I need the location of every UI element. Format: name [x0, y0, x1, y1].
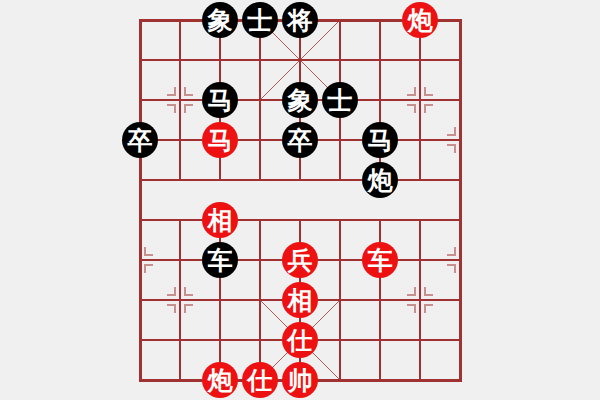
piece-red-horse[interactable]: 马 [202, 122, 238, 158]
board-grid[interactable]: 象士将炮马象士卒马卒马炮相车兵车相仕炮仕帅 [120, 0, 480, 400]
piece-black-horse[interactable]: 马 [362, 122, 398, 158]
piece-red-advisor[interactable]: 仕 [282, 322, 318, 358]
piece-black-advisor[interactable]: 士 [242, 2, 278, 38]
piece-red-general[interactable]: 帅 [282, 362, 318, 398]
piece-black-elephant[interactable]: 象 [202, 2, 238, 38]
piece-red-elephant[interactable]: 相 [282, 282, 318, 318]
piece-black-general[interactable]: 将 [282, 2, 318, 38]
piece-red-cannon[interactable]: 炮 [402, 2, 438, 38]
piece-black-cannon[interactable]: 炮 [362, 162, 398, 198]
xiangqi-board: 象士将炮马象士卒马卒马炮相车兵车相仕炮仕帅 [0, 0, 600, 400]
piece-red-chariot[interactable]: 车 [362, 242, 398, 278]
piece-red-cannon[interactable]: 炮 [202, 362, 238, 398]
piece-black-elephant[interactable]: 象 [282, 82, 318, 118]
piece-red-elephant[interactable]: 相 [202, 202, 238, 238]
piece-black-advisor[interactable]: 士 [322, 82, 358, 118]
piece-black-horse[interactable]: 马 [202, 82, 238, 118]
piece-black-pawn[interactable]: 卒 [122, 122, 158, 158]
piece-black-pawn[interactable]: 卒 [282, 122, 318, 158]
piece-red-advisor[interactable]: 仕 [242, 362, 278, 398]
piece-black-chariot[interactable]: 车 [202, 242, 238, 278]
piece-red-pawn[interactable]: 兵 [282, 242, 318, 278]
